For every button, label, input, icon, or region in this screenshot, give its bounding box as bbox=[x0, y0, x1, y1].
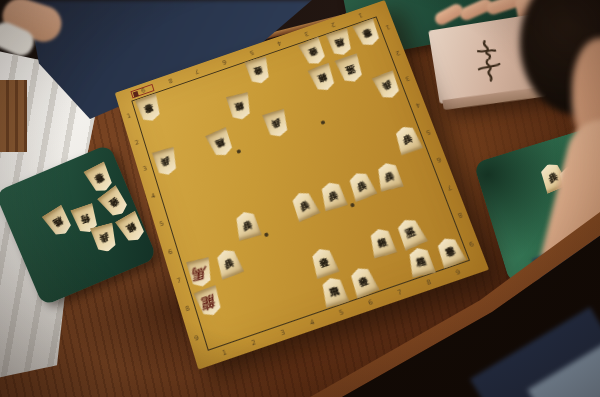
piece-kanji: 兵 bbox=[160, 157, 171, 168]
piece-kanji: 馬 bbox=[335, 38, 346, 49]
piece-kanji: 兵 bbox=[547, 171, 559, 183]
piece-kanji: 将 bbox=[376, 236, 388, 248]
piece-kanji: 将 bbox=[344, 64, 356, 76]
piece-kanji: 車 bbox=[362, 28, 374, 39]
piece-kanji: 将 bbox=[316, 73, 328, 85]
piece-kanji: 将 bbox=[234, 102, 245, 113]
piece-kanji: 兵 bbox=[402, 133, 414, 145]
piece-kanji: 将 bbox=[357, 275, 370, 288]
piece-kanji: 兵 bbox=[384, 171, 395, 182]
piece-kanji: 馬 bbox=[415, 255, 427, 267]
piece-kanji: 将 bbox=[253, 66, 264, 77]
photo-stage: 香車金将角行桂馬歩兵銀将 歩兵歩兵 9876543211234567891234… bbox=[0, 0, 600, 397]
piece-kanji: 兵 bbox=[381, 80, 393, 92]
piece-kanji: 龍 bbox=[200, 292, 218, 312]
piece-kanji: 車 bbox=[328, 285, 340, 297]
piece-kanji: 兵 bbox=[355, 180, 367, 192]
piece-kanji: 馬 bbox=[215, 137, 227, 149]
piece-kanji: 行 bbox=[80, 213, 92, 225]
piece-kanji: 車 bbox=[444, 245, 457, 258]
piece-gote-captured-keima[interactable]: 桂馬 bbox=[41, 204, 76, 240]
piece-kanji: 兵 bbox=[298, 199, 310, 211]
piece-kanji: 車 bbox=[93, 172, 106, 185]
piece-kanji: 兵 bbox=[99, 233, 110, 245]
piece-kanji: 将 bbox=[108, 196, 121, 209]
piece-kanji: 車 bbox=[143, 103, 154, 114]
piece-kanji: 兵 bbox=[222, 257, 234, 269]
box-calligraphy-icon bbox=[466, 35, 509, 86]
piece-kanji: 馬 bbox=[191, 264, 208, 282]
piece-kanji: 将 bbox=[307, 47, 319, 59]
piece-kanji: 馬 bbox=[52, 216, 65, 229]
piece-kanji: 将 bbox=[318, 256, 330, 268]
piece-kanji: 兵 bbox=[271, 118, 282, 129]
floor-slats bbox=[0, 80, 27, 152]
piece-kanji: 将 bbox=[404, 226, 417, 239]
piece-kanji: 兵 bbox=[242, 219, 253, 231]
piece-kanji: 兵 bbox=[327, 190, 339, 202]
piece-kanji: 将 bbox=[125, 222, 138, 235]
